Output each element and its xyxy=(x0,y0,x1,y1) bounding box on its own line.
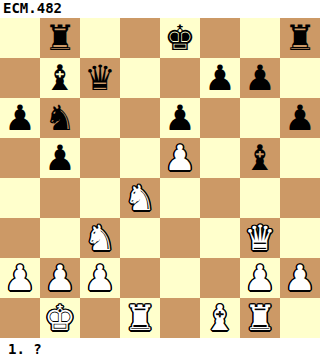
square-a7[interactable] xyxy=(0,58,40,98)
square-h5[interactable] xyxy=(280,138,320,178)
piece-black-rook[interactable]: ♜ xyxy=(44,18,75,58)
square-h7[interactable] xyxy=(280,58,320,98)
square-d6[interactable] xyxy=(120,98,160,138)
piece-white-rook[interactable]: ♜ xyxy=(124,298,155,338)
square-d5[interactable] xyxy=(120,138,160,178)
square-c2[interactable]: ♟ xyxy=(80,258,120,298)
square-a4[interactable] xyxy=(0,178,40,218)
square-e1[interactable] xyxy=(160,298,200,338)
square-c3[interactable]: ♞ xyxy=(80,218,120,258)
piece-white-knight[interactable]: ♞ xyxy=(84,218,115,258)
piece-black-pawn[interactable]: ♟ xyxy=(204,58,235,98)
square-h6[interactable]: ♟ xyxy=(280,98,320,138)
piece-white-king[interactable]: ♚ xyxy=(44,298,75,338)
square-e3[interactable] xyxy=(160,218,200,258)
square-h4[interactable] xyxy=(280,178,320,218)
piece-white-pawn[interactable]: ♟ xyxy=(4,258,35,298)
square-e5[interactable]: ♟ xyxy=(160,138,200,178)
square-b3[interactable] xyxy=(40,218,80,258)
square-b6[interactable]: ♞ xyxy=(40,98,80,138)
square-d3[interactable] xyxy=(120,218,160,258)
window-title: ECM.482 xyxy=(0,0,320,18)
piece-black-bishop[interactable]: ♝ xyxy=(244,138,275,178)
square-c5[interactable] xyxy=(80,138,120,178)
square-f6[interactable] xyxy=(200,98,240,138)
square-g3[interactable]: ♛ xyxy=(240,218,280,258)
square-g6[interactable] xyxy=(240,98,280,138)
square-b7[interactable]: ♝ xyxy=(40,58,80,98)
square-c4[interactable] xyxy=(80,178,120,218)
square-d7[interactable] xyxy=(120,58,160,98)
square-c1[interactable] xyxy=(80,298,120,338)
square-a2[interactable]: ♟ xyxy=(0,258,40,298)
square-f1[interactable]: ♝ xyxy=(200,298,240,338)
square-g7[interactable]: ♟ xyxy=(240,58,280,98)
piece-white-bishop[interactable]: ♝ xyxy=(204,298,235,338)
square-h8[interactable]: ♜ xyxy=(280,18,320,58)
square-e6[interactable]: ♟ xyxy=(160,98,200,138)
square-h3[interactable] xyxy=(280,218,320,258)
piece-white-pawn[interactable]: ♟ xyxy=(44,258,75,298)
square-d8[interactable] xyxy=(120,18,160,58)
square-f8[interactable] xyxy=(200,18,240,58)
square-d2[interactable] xyxy=(120,258,160,298)
square-f2[interactable] xyxy=(200,258,240,298)
square-c6[interactable] xyxy=(80,98,120,138)
square-b1[interactable]: ♚ xyxy=(40,298,80,338)
square-c8[interactable] xyxy=(80,18,120,58)
piece-black-pawn[interactable]: ♟ xyxy=(4,98,35,138)
square-c7[interactable]: ♛ xyxy=(80,58,120,98)
square-g2[interactable]: ♟ xyxy=(240,258,280,298)
square-f4[interactable] xyxy=(200,178,240,218)
square-f5[interactable] xyxy=(200,138,240,178)
piece-black-pawn[interactable]: ♟ xyxy=(164,98,195,138)
piece-white-rook[interactable]: ♜ xyxy=(244,298,275,338)
square-f7[interactable]: ♟ xyxy=(200,58,240,98)
chess-board: ♜♚♜♝♛♟♟♟♞♟♟♟♟♝♞♞♛♟♟♟♟♟♚♜♝♜ xyxy=(0,18,320,338)
square-g1[interactable]: ♜ xyxy=(240,298,280,338)
square-e4[interactable] xyxy=(160,178,200,218)
piece-white-pawn[interactable]: ♟ xyxy=(284,258,315,298)
square-a6[interactable]: ♟ xyxy=(0,98,40,138)
piece-white-pawn[interactable]: ♟ xyxy=(244,258,275,298)
square-h1[interactable] xyxy=(280,298,320,338)
square-e8[interactable]: ♚ xyxy=(160,18,200,58)
square-b4[interactable] xyxy=(40,178,80,218)
piece-black-rook[interactable]: ♜ xyxy=(284,18,315,58)
piece-black-queen[interactable]: ♛ xyxy=(84,58,115,98)
piece-black-knight[interactable]: ♞ xyxy=(44,98,75,138)
square-g8[interactable] xyxy=(240,18,280,58)
square-a3[interactable] xyxy=(0,218,40,258)
piece-black-king[interactable]: ♚ xyxy=(164,18,195,58)
piece-black-pawn[interactable]: ♟ xyxy=(244,58,275,98)
piece-white-knight[interactable]: ♞ xyxy=(124,178,155,218)
move-prompt: 1. ? xyxy=(0,338,320,360)
square-d1[interactable]: ♜ xyxy=(120,298,160,338)
square-h2[interactable]: ♟ xyxy=(280,258,320,298)
square-g5[interactable]: ♝ xyxy=(240,138,280,178)
piece-white-queen[interactable]: ♛ xyxy=(244,218,275,258)
piece-white-pawn[interactable]: ♟ xyxy=(164,138,195,178)
piece-black-bishop[interactable]: ♝ xyxy=(44,58,75,98)
piece-black-pawn[interactable]: ♟ xyxy=(284,98,315,138)
square-e7[interactable] xyxy=(160,58,200,98)
square-a5[interactable] xyxy=(0,138,40,178)
square-b8[interactable]: ♜ xyxy=(40,18,80,58)
square-b5[interactable]: ♟ xyxy=(40,138,80,178)
square-b2[interactable]: ♟ xyxy=(40,258,80,298)
square-e2[interactable] xyxy=(160,258,200,298)
piece-white-pawn[interactable]: ♟ xyxy=(84,258,115,298)
square-a8[interactable] xyxy=(0,18,40,58)
square-f3[interactable] xyxy=(200,218,240,258)
square-a1[interactable] xyxy=(0,298,40,338)
piece-black-pawn[interactable]: ♟ xyxy=(44,138,75,178)
square-d4[interactable]: ♞ xyxy=(120,178,160,218)
square-g4[interactable] xyxy=(240,178,280,218)
